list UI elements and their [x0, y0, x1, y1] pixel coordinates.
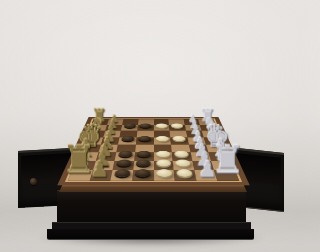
dark-checker: [123, 123, 135, 127]
silver-pawn: ♟: [197, 158, 217, 180]
dark-checker: [121, 136, 135, 141]
cream-checker: [173, 136, 187, 141]
product-photo-scene: ♜♟♟♜♞♟♟♞♝♟♟♝♛♟♟♛♚♟♟♚♝♟♟♝♞♟♟♞♜♟♟♜: [0, 0, 300, 252]
square-r7c5: [174, 170, 197, 180]
cream-checker: [156, 123, 168, 127]
dark-checker: [135, 169, 151, 177]
square-r7c1: ♟: [89, 170, 113, 180]
cream-checker: [156, 136, 169, 141]
dark-checker: [114, 169, 131, 177]
dark-checker: [117, 151, 132, 157]
dark-checker: [136, 160, 151, 167]
square-r3c3: [136, 137, 154, 144]
cream-checker: [156, 151, 170, 157]
left-drawer-knob: [30, 178, 37, 185]
dark-checker: [137, 151, 151, 157]
square-r3c2: [118, 137, 136, 144]
square-r7c3: [132, 170, 153, 180]
cream-checker: [177, 169, 194, 177]
brass-pawn: ♟: [90, 158, 110, 180]
dark-checker: [116, 160, 132, 167]
base-molding-lower: [47, 229, 254, 240]
board-frame: ♜♟♟♜♞♟♟♞♝♟♟♝♛♟♟♛♚♟♟♚♝♟♟♝♞♟♟♞♜♟♟♜: [57, 117, 249, 185]
board-maple-border: ♜♟♟♜♞♟♟♞♝♟♟♝♛♟♟♛♚♟♟♚♝♟♟♝♞♟♟♞♜♟♟♜: [65, 119, 242, 182]
cream-checker: [175, 151, 190, 157]
cream-checker: [156, 169, 172, 177]
board-grid: ♜♟♟♜♞♟♟♞♝♟♟♝♛♟♟♛♚♟♟♚♝♟♟♝♞♟♟♞♜♟♟♜: [68, 119, 239, 181]
cream-checker: [171, 123, 183, 127]
dark-checker: [139, 123, 151, 127]
square-r3c5: [170, 137, 188, 144]
cream-checker: [156, 160, 171, 167]
square-r7c4: [154, 170, 175, 180]
square-r7c7: ♜: [214, 170, 239, 180]
chessboard: ♜♟♟♜♞♟♟♞♝♟♟♝♛♟♟♛♚♟♟♚♝♟♟♝♞♟♟♞♜♟♟♜: [76, 67, 231, 222]
square-r7c2: [111, 170, 134, 180]
square-r7c6: ♟: [194, 170, 218, 180]
dark-checker: [138, 136, 151, 141]
cream-checker: [176, 160, 192, 167]
square-r3c4: [154, 137, 172, 144]
